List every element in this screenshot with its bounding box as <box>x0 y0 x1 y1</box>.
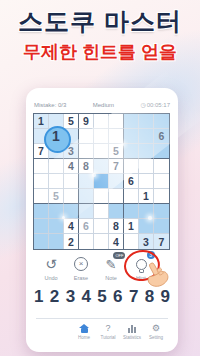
nav-item-statistics[interactable]: Statistics <box>120 323 144 340</box>
sudoku-cell-r5c6[interactable] <box>109 174 124 189</box>
timer-value: 00:05:17 <box>147 102 170 108</box>
nav-tutorial-label: Tutorial <box>101 335 116 340</box>
sudoku-cell-r8c9[interactable] <box>154 219 169 234</box>
sudoku-cell-r7c8[interactable] <box>139 204 154 219</box>
sudoku-cell-r2c2[interactable]: 1 <box>49 129 64 144</box>
sudoku-cell-r7c1[interactable] <box>34 204 49 219</box>
pencil-icon: ✎ <box>106 258 117 271</box>
sudoku-cell-r9c9[interactable]: 7 <box>154 234 169 249</box>
sudoku-cell-r8c2[interactable] <box>49 219 64 234</box>
sudoku-cell-r9c1[interactable] <box>34 234 49 249</box>
sudoku-cell-r4c8[interactable] <box>139 159 154 174</box>
sudoku-cell-r8c4[interactable]: 6 <box>79 219 94 234</box>
sudoku-cell-r6c2[interactable]: 5 <box>49 189 64 204</box>
erase-label: Erase <box>74 275 88 281</box>
statistics-icon <box>128 324 136 333</box>
sudoku-cell-r2c4[interactable] <box>79 129 94 144</box>
sudoku-cell-r9c3[interactable]: 2 <box>64 234 79 249</box>
sudoku-cell-r3c7[interactable] <box>124 144 139 159</box>
note-off-badge: OFF <box>113 252 125 259</box>
sudoku-cell-r4c3[interactable]: 4 <box>64 159 79 174</box>
sudoku-cell-r9c6[interactable]: 4 <box>109 234 124 249</box>
hint-button[interactable]: 3 Hint <box>126 256 156 281</box>
question-icon: ? <box>105 324 110 333</box>
sudoku-cell-r9c8[interactable]: 3 <box>139 234 154 249</box>
mistake-counter: Mistake: 0/3 <box>34 102 66 108</box>
sudoku-cell-r2c6[interactable] <box>109 129 124 144</box>
bottom-navigation: Home ? Tutorial Statistics ⚙ Setting <box>72 323 168 340</box>
sudoku-cell-r3c9[interactable] <box>154 144 169 159</box>
sudoku-cell-r4c5[interactable] <box>94 159 109 174</box>
sudoku-cell-r3c5[interactable] <box>94 144 109 159</box>
sudoku-cell-r7c3[interactable] <box>64 204 79 219</box>
sudoku-cell-r7c9[interactable] <box>154 204 169 219</box>
nav-item-setting[interactable]: ⚙ Setting <box>144 323 168 340</box>
sudoku-cell-r6c1[interactable] <box>34 189 49 204</box>
lightbulb-icon <box>136 259 147 270</box>
sudoku-cell-r6c5[interactable] <box>94 189 109 204</box>
sudoku-cell-r8c3[interactable]: 4 <box>64 219 79 234</box>
sudoku-cell-r2c8[interactable] <box>139 129 154 144</box>
sudoku-cell-r1c9[interactable] <box>154 114 169 129</box>
sudoku-cell-r3c6[interactable]: 5 <box>109 144 124 159</box>
numpad-digit-2[interactable]: 2 <box>50 287 59 307</box>
sudoku-cell-r8c6[interactable]: 8 <box>109 219 124 234</box>
sudoku-cell-r4c2[interactable] <box>49 159 64 174</box>
sudoku-cell-r7c4[interactable] <box>79 204 94 219</box>
numpad-digit-5[interactable]: 5 <box>97 287 106 307</box>
sudoku-cell-r9c7[interactable] <box>124 234 139 249</box>
sudoku-cell-r5c2[interactable] <box>49 174 64 189</box>
note-button[interactable]: ✎ OFF Note <box>96 256 126 281</box>
sudoku-cell-r9c2[interactable] <box>49 234 64 249</box>
sudoku-cell-r9c5[interactable] <box>94 234 109 249</box>
sudoku-cell-r1c7[interactable] <box>124 114 139 129</box>
nav-statistics-label: Statistics <box>123 335 141 340</box>
sudoku-cell-r6c4[interactable] <box>79 189 94 204</box>
sudoku-cell-r3c8[interactable] <box>139 144 154 159</box>
undo-label: Undo <box>44 275 57 281</box>
sudoku-cell-r2c5[interactable] <box>94 129 109 144</box>
sudoku-cell-r5c5[interactable] <box>94 174 109 189</box>
hint-label: Hint <box>136 275 146 281</box>
gear-icon: ⚙ <box>152 324 160 333</box>
sudoku-cell-r7c5[interactable] <box>94 204 109 219</box>
sudoku-cell-r7c6[interactable] <box>109 204 124 219</box>
sudoku-cell-r2c7[interactable] <box>124 129 139 144</box>
sudoku-cell-r9c4[interactable] <box>79 234 94 249</box>
erase-icon: × <box>74 257 88 271</box>
sudoku-board: 1591673548765146812437 <box>33 113 170 250</box>
game-status-bar: Mistake: 0/3 Medium ◷ 00:05:17 <box>34 101 170 108</box>
phone-mockup: Mistake: 0/3 Medium ◷ 00:05:17 159167354… <box>26 88 178 352</box>
erase-button[interactable]: × Erase <box>66 256 96 281</box>
sudoku-cell-r6c7[interactable] <box>124 189 139 204</box>
timer: ◷ 00:05:17 <box>140 101 170 108</box>
sudoku-cell-r2c9[interactable]: 6 <box>154 129 169 144</box>
ad-headline: 스도쿠 마스터 <box>0 5 200 38</box>
sudoku-cell-r5c1[interactable] <box>34 174 49 189</box>
sudoku-cell-r5c3[interactable] <box>64 174 79 189</box>
nav-item-tutorial[interactable]: ? Tutorial <box>96 323 120 340</box>
toolbar: ↺ Undo × Erase ✎ OFF Note 3 Hint <box>36 256 156 281</box>
sudoku-cell-r8c8[interactable] <box>139 219 154 234</box>
sudoku-cell-r4c1[interactable] <box>34 159 49 174</box>
clock-icon: ◷ <box>140 101 145 108</box>
ad-canvas: 스도쿠 마스터 무제한 힌트를 얻을 Mistake: 0/3 Medium ◷… <box>0 0 200 356</box>
sudoku-cell-r7c2[interactable] <box>49 204 64 219</box>
sudoku-cell-r1c5[interactable] <box>94 114 109 129</box>
sudoku-cell-r1c1[interactable]: 1 <box>34 114 49 129</box>
sudoku-cell-r8c1[interactable] <box>34 219 49 234</box>
sudoku-cell-r1c3[interactable]: 5 <box>64 114 79 129</box>
hint-count-badge: 3 <box>147 251 155 259</box>
nav-setting-label: Setting <box>149 335 163 340</box>
sudoku-cell-r6c3[interactable] <box>64 189 79 204</box>
ad-subheadline: 무제한 힌트를 얻을 <box>0 40 200 64</box>
undo-button[interactable]: ↺ Undo <box>36 256 66 281</box>
sudoku-cell-r4c7[interactable] <box>124 159 139 174</box>
sudoku-cell-r5c9[interactable] <box>154 174 169 189</box>
sudoku-cell-r4c6[interactable]: 7 <box>109 159 124 174</box>
sudoku-cell-r1c6[interactable] <box>109 114 124 129</box>
sudoku-cell-r1c4[interactable]: 9 <box>79 114 94 129</box>
nav-item-home[interactable]: Home <box>72 323 96 340</box>
numpad-digit-7[interactable]: 7 <box>129 287 138 307</box>
sudoku-cell-r5c8[interactable] <box>139 174 154 189</box>
sudoku-cell-r6c8[interactable]: 1 <box>139 189 154 204</box>
number-pad: 123456789 <box>34 287 170 307</box>
sudoku-cell-r6c6[interactable] <box>109 189 124 204</box>
numpad-digit-4[interactable]: 4 <box>81 287 90 307</box>
sudoku-cell-r4c4[interactable]: 8 <box>79 159 94 174</box>
undo-icon: ↺ <box>45 257 57 271</box>
sudoku-cell-r3c4[interactable] <box>79 144 94 159</box>
numpad-digit-3[interactable]: 3 <box>66 287 75 307</box>
sudoku-cell-r7c7[interactable] <box>124 204 139 219</box>
numpad-digit-6[interactable]: 6 <box>113 287 122 307</box>
sudoku-cell-r4c9[interactable] <box>154 159 169 174</box>
sudoku-cell-r8c5[interactable] <box>94 219 109 234</box>
note-label: Note <box>105 275 117 281</box>
numpad-digit-9[interactable]: 9 <box>161 287 170 307</box>
difficulty-label: Medium <box>93 102 114 108</box>
sudoku-cell-r5c7[interactable]: 6 <box>124 174 139 189</box>
numpad-digit-1[interactable]: 1 <box>34 287 43 307</box>
sudoku-cell-r5c4[interactable] <box>79 174 94 189</box>
home-icon <box>79 324 89 333</box>
nav-divider <box>36 318 168 319</box>
nav-home-label: Home <box>78 335 90 340</box>
numpad-digit-8[interactable]: 8 <box>145 287 154 307</box>
sudoku-cell-r6c9[interactable] <box>154 189 169 204</box>
sudoku-cell-r8c7[interactable]: 1 <box>124 219 139 234</box>
sudoku-cell-r1c8[interactable] <box>139 114 154 129</box>
